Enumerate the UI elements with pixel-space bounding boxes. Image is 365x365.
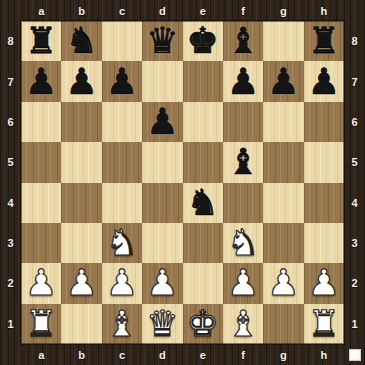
piece-white-pawn[interactable]: ♟ — [65, 263, 97, 303]
rank-label-2-right: 2 — [344, 263, 365, 303]
square-h2[interactable]: ♟ — [304, 263, 344, 303]
square-a6[interactable] — [21, 102, 61, 142]
square-c5[interactable] — [102, 142, 142, 182]
file-label-c-top: c — [102, 0, 142, 21]
piece-white-bishop[interactable]: ♝ — [106, 304, 138, 344]
file-label-f-top: f — [223, 0, 263, 21]
piece-white-pawn[interactable]: ♟ — [146, 263, 178, 303]
piece-black-pawn[interactable]: ♟ — [25, 62, 57, 102]
square-d7[interactable] — [142, 61, 182, 101]
square-a2[interactable]: ♟ — [21, 263, 61, 303]
square-c8[interactable] — [102, 21, 142, 61]
piece-black-pawn[interactable]: ♟ — [65, 62, 97, 102]
file-label-b-bottom: b — [61, 344, 101, 365]
piece-black-pawn[interactable]: ♟ — [267, 62, 299, 102]
square-f8[interactable]: ♝ — [223, 21, 263, 61]
square-b8[interactable]: ♞ — [61, 21, 101, 61]
piece-black-rook[interactable]: ♜ — [25, 21, 57, 61]
square-g4[interactable] — [263, 183, 303, 223]
file-label-g-top: g — [263, 0, 303, 21]
piece-black-pawn[interactable]: ♟ — [146, 102, 178, 142]
side-to-move-indicator — [349, 349, 361, 361]
square-e2[interactable] — [183, 263, 223, 303]
square-f2[interactable]: ♟ — [223, 263, 263, 303]
file-label-e-top: e — [183, 0, 223, 21]
square-a7[interactable]: ♟ — [21, 61, 61, 101]
rank-label-8-left: 8 — [0, 21, 21, 61]
piece-white-pawn[interactable]: ♟ — [106, 263, 138, 303]
piece-black-knight[interactable]: ♞ — [65, 21, 97, 61]
square-d4[interactable] — [142, 183, 182, 223]
piece-black-pawn[interactable]: ♟ — [106, 62, 138, 102]
square-b3[interactable] — [61, 223, 101, 263]
rank-label-6-left: 6 — [0, 102, 21, 142]
square-b6[interactable] — [61, 102, 101, 142]
square-e3[interactable] — [183, 223, 223, 263]
square-g5[interactable] — [263, 142, 303, 182]
piece-white-king[interactable]: ♚ — [187, 304, 219, 344]
rank-label-6-right: 6 — [344, 102, 365, 142]
rank-label-7-left: 7 — [0, 61, 21, 101]
square-e7[interactable] — [183, 61, 223, 101]
square-g8[interactable] — [263, 21, 303, 61]
square-e6[interactable] — [183, 102, 223, 142]
rank-label-5-right: 5 — [344, 142, 365, 182]
square-b5[interactable] — [61, 142, 101, 182]
rank-label-2-left: 2 — [0, 263, 21, 303]
frame-corner-bottom-left — [0, 344, 21, 365]
square-f1[interactable]: ♝ — [223, 304, 263, 344]
file-label-d-bottom: d — [142, 344, 182, 365]
square-e1[interactable]: ♚ — [183, 304, 223, 344]
chess-board-frame: abcdefgh8♜♞♛♚♝♜87♟♟♟♟♟♟76♟65♝54♞43♞♞32♟♟… — [0, 0, 365, 365]
piece-white-rook[interactable]: ♜ — [25, 304, 57, 344]
piece-black-pawn[interactable]: ♟ — [308, 62, 340, 102]
square-f7[interactable]: ♟ — [223, 61, 263, 101]
piece-white-queen[interactable]: ♛ — [146, 304, 178, 344]
piece-black-knight[interactable]: ♞ — [187, 183, 219, 223]
rank-label-1-right: 1 — [344, 304, 365, 344]
piece-black-king[interactable]: ♚ — [187, 21, 219, 61]
piece-black-pawn[interactable]: ♟ — [227, 62, 259, 102]
square-h1[interactable]: ♜ — [304, 304, 344, 344]
file-label-c-bottom: c — [102, 344, 142, 365]
square-a3[interactable] — [21, 223, 61, 263]
piece-white-pawn[interactable]: ♟ — [267, 263, 299, 303]
piece-white-pawn[interactable]: ♟ — [227, 263, 259, 303]
square-h6[interactable] — [304, 102, 344, 142]
square-f3[interactable]: ♞ — [223, 223, 263, 263]
square-g6[interactable] — [263, 102, 303, 142]
frame-corner-bottom-right — [344, 344, 365, 365]
file-label-h-bottom: h — [304, 344, 344, 365]
square-h4[interactable] — [304, 183, 344, 223]
square-b1[interactable] — [61, 304, 101, 344]
square-c7[interactable]: ♟ — [102, 61, 142, 101]
square-b2[interactable]: ♟ — [61, 263, 101, 303]
square-d6[interactable]: ♟ — [142, 102, 182, 142]
square-h5[interactable] — [304, 142, 344, 182]
piece-black-bishop[interactable]: ♝ — [227, 142, 259, 182]
square-a4[interactable] — [21, 183, 61, 223]
square-a1[interactable]: ♜ — [21, 304, 61, 344]
square-b4[interactable] — [61, 183, 101, 223]
piece-black-bishop[interactable]: ♝ — [227, 21, 259, 61]
piece-white-knight[interactable]: ♞ — [106, 223, 138, 263]
square-c3[interactable]: ♞ — [102, 223, 142, 263]
piece-black-queen[interactable]: ♛ — [146, 21, 178, 61]
square-d2[interactable]: ♟ — [142, 263, 182, 303]
piece-black-rook[interactable]: ♜ — [308, 21, 340, 61]
square-g7[interactable]: ♟ — [263, 61, 303, 101]
square-d5[interactable] — [142, 142, 182, 182]
frame-corner-top-left — [0, 0, 21, 21]
square-e4[interactable]: ♞ — [183, 183, 223, 223]
piece-white-pawn[interactable]: ♟ — [25, 263, 57, 303]
square-c1[interactable]: ♝ — [102, 304, 142, 344]
square-d8[interactable]: ♛ — [142, 21, 182, 61]
square-h7[interactable]: ♟ — [304, 61, 344, 101]
square-f5[interactable]: ♝ — [223, 142, 263, 182]
square-c4[interactable] — [102, 183, 142, 223]
square-h3[interactable] — [304, 223, 344, 263]
square-e8[interactable]: ♚ — [183, 21, 223, 61]
rank-label-8-right: 8 — [344, 21, 365, 61]
rank-label-5-left: 5 — [0, 142, 21, 182]
piece-white-bishop[interactable]: ♝ — [227, 304, 259, 344]
file-label-g-bottom: g — [263, 344, 303, 365]
rank-label-4-right: 4 — [344, 183, 365, 223]
square-f6[interactable] — [223, 102, 263, 142]
rank-label-7-right: 7 — [344, 61, 365, 101]
square-e5[interactable] — [183, 142, 223, 182]
frame-corner-top-right — [344, 0, 365, 21]
square-h8[interactable]: ♜ — [304, 21, 344, 61]
rank-label-3-right: 3 — [344, 223, 365, 263]
file-label-d-top: d — [142, 0, 182, 21]
rank-label-1-left: 1 — [0, 304, 21, 344]
file-label-e-bottom: e — [183, 344, 223, 365]
file-label-a-bottom: a — [21, 344, 61, 365]
file-label-a-top: a — [21, 0, 61, 21]
square-a5[interactable] — [21, 142, 61, 182]
square-a8[interactable]: ♜ — [21, 21, 61, 61]
file-label-h-top: h — [304, 0, 344, 21]
piece-white-rook[interactable]: ♜ — [308, 304, 340, 344]
rank-label-3-left: 3 — [0, 223, 21, 263]
piece-white-knight[interactable]: ♞ — [227, 223, 259, 263]
file-label-f-bottom: f — [223, 344, 263, 365]
file-label-b-top: b — [61, 0, 101, 21]
square-d1[interactable]: ♛ — [142, 304, 182, 344]
square-f4[interactable] — [223, 183, 263, 223]
square-g1[interactable] — [263, 304, 303, 344]
square-c2[interactable]: ♟ — [102, 263, 142, 303]
piece-white-pawn[interactable]: ♟ — [308, 263, 340, 303]
square-b7[interactable]: ♟ — [61, 61, 101, 101]
square-c6[interactable] — [102, 102, 142, 142]
square-g2[interactable]: ♟ — [263, 263, 303, 303]
rank-label-4-left: 4 — [0, 183, 21, 223]
square-d3[interactable] — [142, 223, 182, 263]
square-g3[interactable] — [263, 223, 303, 263]
